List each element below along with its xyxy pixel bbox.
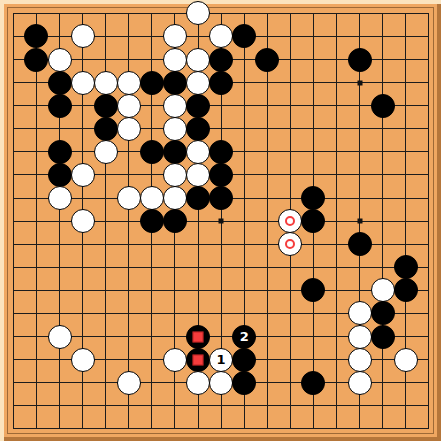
white-stone xyxy=(186,371,210,395)
black-stone xyxy=(348,48,372,72)
black-stone xyxy=(163,140,187,164)
black-stone xyxy=(209,186,233,210)
grid-line xyxy=(13,405,429,406)
white-stone xyxy=(71,71,95,95)
black-stone xyxy=(24,24,48,48)
white-stone xyxy=(48,186,72,210)
black-stone xyxy=(48,71,72,95)
white-stone xyxy=(71,209,95,233)
white-stone xyxy=(71,348,95,372)
black-stone xyxy=(209,140,233,164)
white-stone xyxy=(117,371,141,395)
white-stone xyxy=(94,71,118,95)
star-point xyxy=(219,219,224,224)
black-stone xyxy=(140,209,164,233)
black-stone xyxy=(301,186,325,210)
white-stone xyxy=(117,94,141,118)
white-stone xyxy=(71,163,95,187)
black-stone xyxy=(186,117,210,141)
black-stone xyxy=(255,48,279,72)
white-stone xyxy=(163,348,187,372)
black-stone xyxy=(209,163,233,187)
white-stone xyxy=(163,24,187,48)
white-stone xyxy=(117,117,141,141)
white-stone xyxy=(186,71,210,95)
white-stone xyxy=(348,348,372,372)
black-stone xyxy=(371,301,395,325)
white-stone xyxy=(163,117,187,141)
white-stone xyxy=(140,186,164,210)
white-stone xyxy=(94,140,118,164)
square-marker xyxy=(193,331,204,342)
white-stone xyxy=(71,24,95,48)
black-stone xyxy=(140,71,164,95)
move-number-label: 2 xyxy=(240,330,249,343)
white-stone xyxy=(163,48,187,72)
white-stone xyxy=(394,348,418,372)
grid-line xyxy=(428,13,429,429)
white-stone xyxy=(117,186,141,210)
white-stone xyxy=(48,325,72,349)
white-stone xyxy=(163,163,187,187)
white-stone xyxy=(371,278,395,302)
black-stone xyxy=(48,163,72,187)
white-stone xyxy=(186,1,210,25)
grid-line xyxy=(13,428,429,429)
grid-line xyxy=(13,267,429,268)
white-stone xyxy=(348,301,372,325)
grid-line xyxy=(13,290,429,291)
white-stone xyxy=(209,24,233,48)
circle-marker xyxy=(285,216,295,226)
grid-line xyxy=(336,13,337,429)
black-stone xyxy=(186,94,210,118)
black-stone xyxy=(24,48,48,72)
star-point xyxy=(357,219,362,224)
white-stone xyxy=(186,140,210,164)
white-stone xyxy=(48,48,72,72)
black-stone xyxy=(394,278,418,302)
black-stone xyxy=(94,94,118,118)
white-stone xyxy=(186,163,210,187)
black-stone xyxy=(232,371,256,395)
black-stone xyxy=(163,71,187,95)
black-stone xyxy=(232,24,256,48)
white-stone xyxy=(163,186,187,210)
white-stone xyxy=(163,94,187,118)
black-stone xyxy=(301,371,325,395)
black-stone xyxy=(186,186,210,210)
grid-line xyxy=(382,13,383,429)
black-stone xyxy=(232,348,256,372)
black-stone xyxy=(209,48,233,72)
white-stone xyxy=(186,48,210,72)
black-stone xyxy=(371,325,395,349)
white-stone xyxy=(348,371,372,395)
square-marker xyxy=(193,354,204,365)
black-stone xyxy=(209,71,233,95)
circle-marker xyxy=(285,239,295,249)
black-stone xyxy=(371,94,395,118)
white-stone xyxy=(117,71,141,95)
black-stone xyxy=(348,232,372,256)
star-point xyxy=(357,80,362,85)
move-number-label: 1 xyxy=(217,353,226,366)
black-stone xyxy=(394,255,418,279)
grid-line xyxy=(267,13,268,429)
black-stone xyxy=(94,117,118,141)
black-stone xyxy=(301,209,325,233)
black-stone xyxy=(140,140,164,164)
black-stone xyxy=(48,94,72,118)
black-stone xyxy=(301,278,325,302)
black-stone xyxy=(163,209,187,233)
go-board[interactable]: 12 xyxy=(0,0,441,441)
white-stone xyxy=(209,371,233,395)
black-stone xyxy=(48,140,72,164)
white-stone xyxy=(348,325,372,349)
